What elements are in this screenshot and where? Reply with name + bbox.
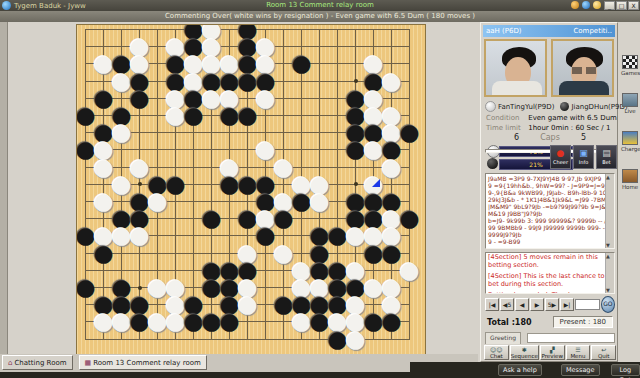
- game-info-panel: aaH (P6D) Competiti.. FanTingYul(P9D) Ji…: [480, 22, 618, 362]
- info-button[interactable]: ▣Info: [573, 145, 594, 169]
- white-stone-M11: ●: [275, 158, 293, 176]
- hoshi-point: [138, 182, 142, 186]
- message-scrollbar[interactable]: [605, 253, 614, 293]
- black-stone-M3: ●: [275, 296, 293, 314]
- black-stone-A12: ●: [77, 141, 95, 159]
- black-stone-H4: ●: [203, 279, 221, 297]
- white-stone-B9: ●: [95, 193, 113, 211]
- preview-icon: ▞: [541, 346, 564, 353]
- white-stone-F14: ●: [167, 107, 185, 125]
- nav-back-button[interactable]: ◀: [515, 298, 529, 311]
- black-stone-O2: ●: [311, 313, 329, 331]
- black-stone-D15: ●: [131, 89, 149, 107]
- white-stone-Q7: ●: [347, 227, 365, 245]
- white-stone-D11: ●: [131, 158, 149, 176]
- total-moves: Total :180: [487, 318, 532, 327]
- cheer-ball-icon: ●: [551, 146, 570, 159]
- white-stone-B17: ●: [95, 55, 113, 73]
- board-grid[interactable]: ●●●●●●●●●●●●●●●●●●●●●●●●●●●●●●●●●●●●●●●●…: [85, 29, 410, 340]
- black-stone-P1: ●: [329, 330, 347, 348]
- commentary-line: 9 =9{19hh&b., 9hW=99? - J=9P9=J=9Jb =J9: [488, 182, 605, 189]
- white-stone-M6: ●: [275, 244, 293, 262]
- greeting-tab[interactable]: Greeting: [485, 332, 521, 344]
- commentary-scrollbar[interactable]: [605, 174, 614, 248]
- commentary-line: |M&M9" 9bL9?9Jb -=b9?99J99?9b 9=J&9- =J9: [488, 203, 605, 210]
- chat-button[interactable]: ☺☺Chat: [484, 345, 509, 360]
- system-message: [4Section] This is the last chance to be…: [488, 273, 605, 288]
- move-nav-row: |◀◀5◀▶5▶▶| GO: [485, 296, 615, 313]
- white-stone-E4: ●: [149, 279, 167, 297]
- white-stone-C2: ●: [113, 313, 131, 331]
- white-stone-B2: ●: [95, 313, 113, 331]
- captures-row: 6 Caps 5: [486, 133, 614, 142]
- hoshi-point: [138, 286, 142, 290]
- black-stone-N17: ●: [293, 55, 311, 73]
- nav-forward-button[interactable]: ▶: [530, 298, 544, 311]
- home-icon: [622, 169, 638, 183]
- bottom-bar: [0, 372, 640, 378]
- bet-button[interactable]: ▤Bet: [596, 145, 617, 169]
- black-stone-H2: ●: [203, 313, 221, 331]
- white-stone-B11: ●: [95, 158, 113, 176]
- condition-row: Condition Even game with 6.5 Dum: [486, 114, 614, 122]
- charge-icon: [622, 131, 638, 145]
- move-number-input[interactable]: [575, 299, 600, 310]
- nav-first-button[interactable]: |◀: [485, 298, 499, 311]
- black-player-photo: [551, 39, 614, 97]
- preview-button[interactable]: ▞Preview: [540, 345, 565, 360]
- commentary-line: b=J9- 9k99b 3: 999 99999&? 9999b -- / =B: [488, 217, 605, 224]
- white-player-name[interactable]: FanTingYul(P9D): [498, 103, 554, 111]
- log-out-button[interactable]: Log Out: [611, 364, 640, 376]
- tab-icon: ⌂: [8, 359, 12, 367]
- white-stone-L12: ●: [257, 141, 275, 159]
- hoshi-point: [354, 182, 358, 186]
- panel-header-left: aaH (P6D): [486, 25, 522, 37]
- sideicon-label: Charge: [621, 146, 639, 152]
- white-stone-O9: ●: [311, 193, 329, 211]
- white-stone-H15: ●: [203, 89, 221, 107]
- white-stone-N2: ●: [293, 313, 311, 331]
- black-stone-B6: ●: [95, 244, 113, 262]
- sequence-icon: ✱: [511, 346, 538, 353]
- commentary-line: 99 9BMBb9 - 99J9 J99999 9999b 999- - 39: [488, 224, 605, 231]
- black-stone-G2: ●: [185, 313, 203, 331]
- system-message: Betting has ended. Thank you.: [488, 292, 605, 294]
- commentary-line: 9999J9?9Jb: [488, 231, 605, 238]
- black-stone-A7: ●: [77, 227, 95, 245]
- black-stone-J10: ●: [221, 175, 239, 193]
- go-board[interactable]: ●●●●●●●●●●●●●●●●●●●●●●●●●●●●●●●●●●●●●●●●…: [76, 24, 426, 356]
- white-stone-S11: ●: [383, 158, 401, 176]
- commentary-line: 9 - =9-B99: [488, 238, 605, 245]
- black-stone-P7: ●: [329, 227, 347, 245]
- panel-header-right: Competiti..: [573, 25, 612, 37]
- black-stone-T8: ●: [401, 210, 419, 228]
- black-stone-K8: ●: [239, 210, 257, 228]
- panel-button-row: ☺☺Chat✱Sequence▞Preview☰Menu↩Quit: [484, 345, 616, 360]
- black-stone-R6: ●: [365, 244, 383, 262]
- present-move: Present : 180: [553, 316, 613, 328]
- black-stone-S2: ●: [383, 313, 401, 331]
- nav-back5-button[interactable]: ◀5: [500, 298, 514, 311]
- title-bar[interactable]: Tygem Baduk - Jyww Room 13 Comment relay…: [0, 0, 640, 11]
- go-button[interactable]: GO: [601, 296, 615, 313]
- black-stone-K10: ●: [239, 175, 257, 193]
- black-stone-R2: ●: [365, 313, 383, 331]
- white-stone-R4: ●: [365, 279, 383, 297]
- cheer-button[interactable]: ●Cheer: [550, 145, 571, 169]
- sideicon-label: Live: [621, 108, 639, 114]
- black-stone-F10: ●: [167, 175, 185, 193]
- ask-a-help-button[interactable]: Ask a help: [498, 364, 542, 376]
- sideicon-live[interactable]: Live: [621, 93, 639, 114]
- white-stone-C7: ●: [113, 227, 131, 245]
- sideicon-label: Home: [621, 184, 639, 190]
- commentary-line: M&19 J9BB"J9?9Jb: [488, 210, 605, 217]
- white-stone-E9: ●: [149, 193, 167, 211]
- hoshi-point: [354, 79, 358, 83]
- black-player-name[interactable]: JiangDHun(P9D): [571, 103, 627, 111]
- tab-chatting-room[interactable]: ⌂Chatting Room: [2, 355, 73, 370]
- black-stone-N9: ●: [293, 193, 311, 211]
- titlebar-tool-icon[interactable]: [571, 1, 579, 9]
- white-stone-L15: ●: [257, 89, 275, 107]
- commentary-box[interactable]: J9aMB =3P9 9-7XJ9YJ4B 9·97,Jb 9XJP99 =9{…: [485, 173, 615, 249]
- status-line: Commenting Over( white wins by resignati…: [0, 11, 640, 22]
- chat-icon: ☺☺: [485, 346, 508, 353]
- live-icon: [622, 93, 638, 107]
- black-stone-B15: ●: [95, 89, 113, 107]
- black-stone-S6: ●: [383, 244, 401, 262]
- black-stone-K14: ●: [239, 107, 257, 125]
- room-title: Room 13 Comment relay room: [0, 0, 640, 11]
- black-stone-T13: ●: [401, 124, 419, 142]
- greeting-input[interactable]: [527, 333, 615, 343]
- last-move-marker: [372, 179, 380, 187]
- tygem-client-window: Tygem Baduk - Jyww Room 13 Comment relay…: [0, 0, 640, 378]
- black-stone-D2: ●: [131, 313, 149, 331]
- totals-row: Total :180 Present : 180: [487, 316, 613, 328]
- minimize-button[interactable]: _: [604, 1, 615, 10]
- black-stone-G14: ●: [185, 107, 203, 125]
- white-stone-S16: ●: [383, 72, 401, 90]
- players-row: FanTingYul(P9D) JiangDHun(P9D): [485, 101, 615, 112]
- sideicon-label: Games: [621, 70, 639, 76]
- captures-label: Caps: [540, 133, 560, 142]
- message-button[interactable]: Message: [561, 364, 600, 376]
- room-tab-bar: ⌂Chatting Room▦Room 13 Comment relay roo…: [0, 354, 478, 372]
- black-stone-J2: ●: [221, 313, 239, 331]
- white-stone-Q1: ●: [347, 330, 365, 348]
- system-message: [4Section] 5 moves remain in this bettin…: [488, 254, 605, 269]
- titlebar-mic-icon[interactable]: [593, 1, 601, 9]
- black-stone-icon: [560, 102, 569, 111]
- white-stone-C16: ●: [113, 72, 131, 90]
- message-box[interactable]: [4Section] 5 moves remain in this bettin…: [485, 252, 615, 294]
- bet-icon: ▤: [597, 146, 616, 159]
- sideicon-charge[interactable]: Charge: [621, 131, 639, 152]
- nav-fwd5-button[interactable]: 5▶: [545, 298, 559, 311]
- white-captures: 6: [514, 133, 519, 142]
- games-icon: [622, 55, 638, 69]
- black-stone-A4: ●: [77, 279, 95, 297]
- sequence-button[interactable]: ✱Sequence: [510, 345, 539, 360]
- sideicon-games[interactable]: Games: [621, 55, 639, 76]
- white-stone-C10: ●: [113, 175, 131, 193]
- white-stone-D7: ●: [131, 227, 149, 245]
- titlebar-world-icon[interactable]: [582, 1, 590, 9]
- white-stone-F2: ●: [167, 313, 185, 331]
- tab-room-13-comment-relay-room[interactable]: ▦Room 13 Comment relay room: [79, 355, 207, 370]
- info-icon: ▣: [574, 146, 593, 159]
- black-stone-K16: ●: [239, 72, 257, 90]
- white-stone-C13: ●: [113, 124, 131, 142]
- black-stone-H8: ●: [203, 210, 221, 228]
- black-stone-M8: ●: [275, 210, 293, 228]
- maximize-button[interactable]: □: [616, 1, 627, 10]
- commentary-line: 29kJ3J&b - * 1K1J4B&1Jk9&L =J99 -7BM39"9…: [488, 196, 605, 203]
- white-player-photo: [484, 39, 547, 97]
- quit-button[interactable]: ↩Quit: [591, 345, 616, 360]
- white-stone-K3: ●: [239, 296, 257, 314]
- commentary-line: J9aMB =3P9 9-7XJ9YJ4B 9·97,Jb 9XJP9: [488, 175, 605, 182]
- left-edge-strip: [0, 22, 8, 354]
- black-stone-Q12: ●: [347, 141, 365, 159]
- quit-icon: ↩: [592, 346, 615, 353]
- black-captures: 5: [581, 133, 586, 142]
- white-stone-T5: ●: [401, 261, 419, 279]
- white-stone-E2: ●: [149, 313, 167, 331]
- menu-icon: ☰: [567, 346, 590, 353]
- close-button[interactable]: X: [628, 1, 639, 10]
- black-stone-J14: ●: [221, 107, 239, 125]
- black-stone-A14: ●: [77, 107, 95, 125]
- menu-button[interactable]: ☰Menu: [566, 345, 591, 360]
- condition-value: Even game with 6.5 Dum: [528, 114, 617, 122]
- panel-header: aaH (P6D) Competiti..: [483, 25, 615, 37]
- time-limit-value: 1hour 0min : 60 Sec / 1: [528, 124, 610, 132]
- time-limit-row: Time limit 1hour 0min : 60 Sec / 1: [486, 124, 614, 132]
- white-stone-icon: [485, 101, 496, 112]
- nav-last-button[interactable]: ▶|: [560, 298, 574, 311]
- commentary-line: 9-,9{B&a 9kWB99, J9Jab-. B9h-lBb-9 10b-,: [488, 189, 605, 196]
- black-vote-knob[interactable]: [487, 158, 498, 169]
- black-stone-L7: ●: [257, 227, 275, 245]
- sideicon-home[interactable]: Home: [621, 169, 639, 190]
- tab-icon: ▦: [85, 359, 92, 367]
- white-stone-R12: ●: [365, 141, 383, 159]
